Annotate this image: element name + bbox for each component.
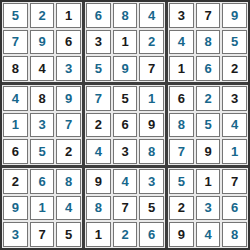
cell-r6c9[interactable]: 1 <box>222 139 247 164</box>
block-1-1: 521796843 <box>2 2 82 82</box>
block-1-2: 684312597 <box>85 2 165 82</box>
cell-r7c9: 7 <box>222 169 247 194</box>
cell-r8c7: 2 <box>169 196 194 221</box>
cell-r1c5[interactable]: 8 <box>113 3 138 28</box>
cell-r7c1: 2 <box>3 169 28 194</box>
block-2-1: 489137652 <box>2 85 82 165</box>
cell-r3c1: 8 <box>3 56 28 81</box>
cell-r8c9[interactable]: 6 <box>222 196 247 221</box>
cell-r3c9: 2 <box>222 56 247 81</box>
cell-r1c7: 3 <box>169 3 194 28</box>
cell-r1c1[interactable]: 5 <box>3 3 28 28</box>
cell-r5c6: 9 <box>139 113 164 138</box>
cell-r6c8: 9 <box>196 139 221 164</box>
cell-r3c4[interactable]: 5 <box>86 56 111 81</box>
cell-r1c2[interactable]: 2 <box>30 3 55 28</box>
sudoku-board: 5217968436843125973794851624891376527512… <box>0 0 250 250</box>
cell-r9c6[interactable]: 6 <box>139 222 164 247</box>
cell-r3c6: 7 <box>139 56 164 81</box>
cell-r4c7: 6 <box>169 86 194 111</box>
cell-r7c5[interactable]: 4 <box>113 169 138 194</box>
block-2-3: 623854791 <box>168 85 248 165</box>
cell-r2c6[interactable]: 2 <box>139 30 164 55</box>
cell-r7c8: 1 <box>196 169 221 194</box>
cell-r1c9[interactable]: 9 <box>222 3 247 28</box>
cell-r6c2[interactable]: 5 <box>30 139 55 164</box>
cell-r2c4: 3 <box>86 30 111 55</box>
cell-r4c5: 5 <box>113 86 138 111</box>
cell-r7c3[interactable]: 8 <box>56 169 81 194</box>
cell-r6c6[interactable]: 8 <box>139 139 164 164</box>
cell-r9c9[interactable]: 8 <box>222 222 247 247</box>
cell-r2c3: 6 <box>56 30 81 55</box>
cell-r9c2: 7 <box>30 222 55 247</box>
cell-r5c5: 6 <box>113 113 138 138</box>
cell-r5c7[interactable]: 8 <box>169 113 194 138</box>
cell-r4c4[interactable]: 7 <box>86 86 111 111</box>
cell-r6c1: 6 <box>3 139 28 164</box>
cell-r5c1[interactable]: 1 <box>3 113 28 138</box>
cell-r3c2: 4 <box>30 56 55 81</box>
cell-r8c8[interactable]: 3 <box>196 196 221 221</box>
cell-r1c3: 1 <box>56 3 81 28</box>
cell-r4c3[interactable]: 9 <box>56 86 81 111</box>
cell-r3c3[interactable]: 3 <box>56 56 81 81</box>
block-3-1: 268914375 <box>2 168 82 248</box>
block-3-3: 517236948 <box>168 168 248 248</box>
cell-r6c3: 2 <box>56 139 81 164</box>
cell-r9c7: 9 <box>169 222 194 247</box>
cell-r8c2[interactable]: 1 <box>30 196 55 221</box>
cell-r5c4: 2 <box>86 113 111 138</box>
block-2-2: 751269438 <box>85 85 165 165</box>
cell-r8c5: 7 <box>113 196 138 221</box>
cell-r2c9[interactable]: 5 <box>222 30 247 55</box>
cell-r9c3: 5 <box>56 222 81 247</box>
cell-r7c7[interactable]: 5 <box>169 169 194 194</box>
cell-r4c8[interactable]: 2 <box>196 86 221 111</box>
cell-r2c2[interactable]: 9 <box>30 30 55 55</box>
cell-r7c6[interactable]: 3 <box>139 169 164 194</box>
cell-r6c4[interactable]: 4 <box>86 139 111 164</box>
cell-r9c4: 1 <box>86 222 111 247</box>
block-1-3: 379485162 <box>168 2 248 82</box>
cell-r9c5[interactable]: 2 <box>113 222 138 247</box>
cell-r8c6: 5 <box>139 196 164 221</box>
cell-r4c9: 3 <box>222 86 247 111</box>
cell-r4c2: 8 <box>30 86 55 111</box>
cell-r8c4[interactable]: 8 <box>86 196 111 221</box>
cell-r7c2[interactable]: 6 <box>30 169 55 194</box>
cell-r2c7[interactable]: 4 <box>169 30 194 55</box>
cell-r3c7: 1 <box>169 56 194 81</box>
cell-r3c5[interactable]: 9 <box>113 56 138 81</box>
cell-r1c4[interactable]: 6 <box>86 3 111 28</box>
cell-r6c5: 3 <box>113 139 138 164</box>
cell-r7c4: 9 <box>86 169 111 194</box>
cell-r4c1[interactable]: 4 <box>3 86 28 111</box>
cell-r1c6[interactable]: 4 <box>139 3 164 28</box>
cell-r3c8[interactable]: 6 <box>196 56 221 81</box>
cell-r5c8[interactable]: 5 <box>196 113 221 138</box>
cell-r5c3[interactable]: 7 <box>56 113 81 138</box>
cell-r5c9[interactable]: 4 <box>222 113 247 138</box>
cell-r1c8: 7 <box>196 3 221 28</box>
cell-r8c3[interactable]: 4 <box>56 196 81 221</box>
cell-r2c1[interactable]: 7 <box>3 30 28 55</box>
cell-r6c7[interactable]: 7 <box>169 139 194 164</box>
cell-r2c5: 1 <box>113 30 138 55</box>
cell-r4c6[interactable]: 1 <box>139 86 164 111</box>
cell-r5c2[interactable]: 3 <box>30 113 55 138</box>
cell-r2c8[interactable]: 8 <box>196 30 221 55</box>
cell-r9c1[interactable]: 3 <box>3 222 28 247</box>
cell-r8c1[interactable]: 9 <box>3 196 28 221</box>
block-3-2: 943875126 <box>85 168 165 248</box>
cell-r9c8[interactable]: 4 <box>196 222 221 247</box>
